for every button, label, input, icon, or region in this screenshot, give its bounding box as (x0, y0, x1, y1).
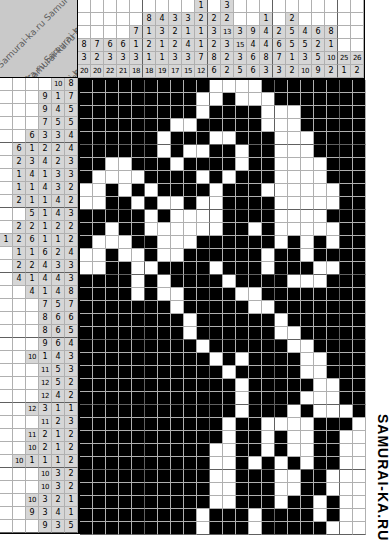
grid-cell-filled[interactable] (106, 496, 119, 509)
grid-cell-filled[interactable] (262, 327, 275, 340)
grid-cell-empty[interactable] (171, 210, 184, 223)
grid-cell-filled[interactable] (262, 314, 275, 327)
grid-cell-filled[interactable] (353, 158, 366, 171)
grid-cell-filled[interactable] (158, 522, 171, 535)
grid-cell-filled[interactable] (197, 444, 210, 457)
grid-cell-filled[interactable] (210, 379, 223, 392)
grid-cell-filled[interactable] (171, 171, 184, 184)
grid-cell-empty[interactable] (210, 93, 223, 106)
grid-cell-filled[interactable] (80, 106, 93, 119)
grid-cell-filled[interactable] (171, 496, 184, 509)
grid-cell-filled[interactable] (288, 262, 301, 275)
grid-cell-filled[interactable] (119, 93, 132, 106)
grid-cell-filled[interactable] (301, 470, 314, 483)
grid-cell-filled[interactable] (249, 379, 262, 392)
grid-cell-empty[interactable] (119, 171, 132, 184)
grid-cell-filled[interactable] (249, 171, 262, 184)
grid-cell-empty[interactable] (223, 483, 236, 496)
grid-cell-empty[interactable] (223, 496, 236, 509)
grid-cell-empty[interactable] (327, 522, 340, 535)
grid-cell-filled[interactable] (197, 184, 210, 197)
grid-cell-filled[interactable] (249, 327, 262, 340)
grid-cell-filled[interactable] (210, 327, 223, 340)
grid-cell-filled[interactable] (93, 496, 106, 509)
grid-cell-filled[interactable] (197, 119, 210, 132)
grid-cell-filled[interactable] (236, 522, 249, 535)
grid-cell-filled[interactable] (197, 314, 210, 327)
grid-cell-filled[interactable] (236, 340, 249, 353)
grid-cell-empty[interactable] (132, 288, 145, 301)
grid-cell-filled[interactable] (93, 392, 106, 405)
grid-cell-filled[interactable] (314, 444, 327, 457)
grid-cell-empty[interactable] (353, 509, 366, 522)
grid-cell-filled[interactable] (132, 457, 145, 470)
grid-cell-empty[interactable] (288, 405, 301, 418)
grid-cell-filled[interactable] (223, 197, 236, 210)
grid-cell-filled[interactable] (119, 314, 132, 327)
grid-cell-filled[interactable] (249, 392, 262, 405)
grid-cell-filled[interactable] (171, 444, 184, 457)
grid-cell-empty[interactable] (301, 392, 314, 405)
grid-cell-empty[interactable] (288, 444, 301, 457)
grid-cell-filled[interactable] (80, 145, 93, 158)
grid-cell-filled[interactable] (327, 210, 340, 223)
grid-cell-filled[interactable] (106, 444, 119, 457)
grid-cell-empty[interactable] (236, 392, 249, 405)
grid-cell-filled[interactable] (93, 366, 106, 379)
grid-cell-filled[interactable] (314, 288, 327, 301)
grid-cell-filled[interactable] (275, 275, 288, 288)
grid-cell-empty[interactable] (327, 197, 340, 210)
grid-cell-filled[interactable] (327, 327, 340, 340)
grid-cell-filled[interactable] (197, 483, 210, 496)
grid-cell-filled[interactable] (236, 314, 249, 327)
grid-cell-filled[interactable] (106, 483, 119, 496)
grid-cell-empty[interactable] (340, 522, 353, 535)
grid-cell-empty[interactable] (106, 236, 119, 249)
grid-cell-filled[interactable] (288, 288, 301, 301)
grid-cell-filled[interactable] (288, 80, 301, 93)
grid-cell-filled[interactable] (106, 379, 119, 392)
grid-cell-filled[interactable] (223, 340, 236, 353)
grid-cell-filled[interactable] (288, 392, 301, 405)
grid-cell-empty[interactable] (340, 457, 353, 470)
grid-cell-filled[interactable] (106, 119, 119, 132)
grid-cell-filled[interactable] (249, 418, 262, 431)
grid-cell-empty[interactable] (314, 353, 327, 366)
grid-cell-filled[interactable] (288, 366, 301, 379)
grid-cell-filled[interactable] (275, 301, 288, 314)
grid-cell-filled[interactable] (249, 145, 262, 158)
grid-cell-empty[interactable] (236, 353, 249, 366)
grid-cell-filled[interactable] (80, 210, 93, 223)
grid-cell-empty[interactable] (236, 145, 249, 158)
grid-cell-filled[interactable] (158, 379, 171, 392)
grid-cell-filled[interactable] (262, 145, 275, 158)
grid-cell-filled[interactable] (275, 249, 288, 262)
grid-cell-filled[interactable] (80, 301, 93, 314)
grid-cell-filled[interactable] (223, 184, 236, 197)
grid-cell-filled[interactable] (80, 223, 93, 236)
grid-cell-filled[interactable] (171, 522, 184, 535)
grid-cell-filled[interactable] (93, 444, 106, 457)
grid-cell-filled[interactable] (314, 249, 327, 262)
grid-cell-empty[interactable] (262, 93, 275, 106)
grid-cell-filled[interactable] (210, 288, 223, 301)
grid-cell-filled[interactable] (353, 106, 366, 119)
grid-cell-filled[interactable] (184, 288, 197, 301)
grid-cell-filled[interactable] (210, 119, 223, 132)
grid-cell-empty[interactable] (171, 158, 184, 171)
grid-cell-filled[interactable] (314, 327, 327, 340)
grid-cell-filled[interactable] (288, 249, 301, 262)
grid-cell-filled[interactable] (288, 522, 301, 535)
grid-cell-filled[interactable] (93, 288, 106, 301)
grid-cell-filled[interactable] (184, 431, 197, 444)
grid-cell-filled[interactable] (314, 457, 327, 470)
grid-cell-empty[interactable] (353, 470, 366, 483)
grid-cell-filled[interactable] (119, 353, 132, 366)
grid-cell-empty[interactable] (249, 93, 262, 106)
grid-cell-filled[interactable] (80, 171, 93, 184)
grid-cell-filled[interactable] (171, 353, 184, 366)
grid-cell-empty[interactable] (314, 392, 327, 405)
grid-cell-filled[interactable] (314, 522, 327, 535)
grid-cell-empty[interactable] (249, 301, 262, 314)
grid-cell-filled[interactable] (340, 171, 353, 184)
grid-cell-empty[interactable] (262, 431, 275, 444)
grid-cell-filled[interactable] (353, 327, 366, 340)
grid-cell-filled[interactable] (171, 132, 184, 145)
grid-cell-empty[interactable] (249, 457, 262, 470)
grid-cell-empty[interactable] (119, 249, 132, 262)
grid-cell-empty[interactable] (119, 184, 132, 197)
grid-cell-filled[interactable] (93, 80, 106, 93)
grid-cell-filled[interactable] (158, 444, 171, 457)
grid-cell-empty[interactable] (223, 431, 236, 444)
grid-cell-filled[interactable] (249, 366, 262, 379)
grid-cell-empty[interactable] (210, 470, 223, 483)
grid-cell-filled[interactable] (119, 392, 132, 405)
grid-cell-filled[interactable] (210, 106, 223, 119)
grid-cell-filled[interactable] (327, 171, 340, 184)
grid-cell-empty[interactable] (93, 249, 106, 262)
grid-cell-filled[interactable] (340, 288, 353, 301)
grid-cell-empty[interactable] (262, 184, 275, 197)
grid-cell-filled[interactable] (145, 106, 158, 119)
grid-cell-empty[interactable] (145, 262, 158, 275)
grid-cell-filled[interactable] (249, 483, 262, 496)
grid-cell-filled[interactable] (93, 340, 106, 353)
grid-cell-filled[interactable] (93, 93, 106, 106)
grid-cell-filled[interactable] (353, 184, 366, 197)
grid-cell-filled[interactable] (340, 392, 353, 405)
grid-cell-filled[interactable] (353, 223, 366, 236)
grid-cell-filled[interactable] (314, 93, 327, 106)
grid-cell-empty[interactable] (236, 80, 249, 93)
grid-cell-filled[interactable] (288, 379, 301, 392)
grid-cell-filled[interactable] (327, 496, 340, 509)
grid-cell-filled[interactable] (223, 106, 236, 119)
grid-cell-filled[interactable] (119, 210, 132, 223)
grid-cell-empty[interactable] (210, 210, 223, 223)
grid-cell-empty[interactable] (197, 340, 210, 353)
grid-cell-filled[interactable] (262, 223, 275, 236)
grid-cell-empty[interactable] (262, 262, 275, 275)
grid-cell-filled[interactable] (158, 366, 171, 379)
grid-cell-filled[interactable] (158, 392, 171, 405)
grid-cell-empty[interactable] (80, 262, 93, 275)
grid-cell-filled[interactable] (197, 379, 210, 392)
grid-cell-filled[interactable] (132, 210, 145, 223)
grid-cell-empty[interactable] (184, 327, 197, 340)
grid-cell-filled[interactable] (236, 444, 249, 457)
grid-cell-empty[interactable] (197, 93, 210, 106)
grid-cell-filled[interactable] (184, 444, 197, 457)
grid-cell-filled[interactable] (353, 119, 366, 132)
grid-cell-empty[interactable] (301, 223, 314, 236)
grid-cell-filled[interactable] (106, 327, 119, 340)
grid-cell-filled[interactable] (275, 288, 288, 301)
grid-cell-filled[interactable] (314, 483, 327, 496)
grid-cell-filled[interactable] (93, 275, 106, 288)
grid-cell-empty[interactable] (197, 171, 210, 184)
grid-cell-filled[interactable] (171, 509, 184, 522)
grid-cell-empty[interactable] (158, 132, 171, 145)
grid-cell-filled[interactable] (262, 210, 275, 223)
grid-cell-empty[interactable] (301, 340, 314, 353)
grid-cell-filled[interactable] (132, 132, 145, 145)
grid-cell-filled[interactable] (301, 119, 314, 132)
grid-cell-filled[interactable] (93, 431, 106, 444)
grid-cell-empty[interactable] (145, 184, 158, 197)
grid-cell-filled[interactable] (275, 431, 288, 444)
grid-cell-filled[interactable] (340, 275, 353, 288)
grid-cell-filled[interactable] (249, 275, 262, 288)
grid-cell-filled[interactable] (236, 327, 249, 340)
grid-cell-filled[interactable] (327, 132, 340, 145)
grid-cell-filled[interactable] (145, 236, 158, 249)
grid-cell-filled[interactable] (353, 340, 366, 353)
grid-cell-filled[interactable] (197, 405, 210, 418)
grid-cell-filled[interactable] (93, 210, 106, 223)
grid-cell-filled[interactable] (158, 327, 171, 340)
grid-cell-empty[interactable] (249, 522, 262, 535)
grid-cell-filled[interactable] (249, 405, 262, 418)
grid-cell-filled[interactable] (340, 236, 353, 249)
grid-cell-filled[interactable] (210, 171, 223, 184)
grid-cell-filled[interactable] (171, 145, 184, 158)
grid-cell-empty[interactable] (223, 418, 236, 431)
grid-cell-empty[interactable] (210, 353, 223, 366)
grid-cell-filled[interactable] (80, 314, 93, 327)
grid-cell-filled[interactable] (249, 431, 262, 444)
grid-cell-filled[interactable] (145, 431, 158, 444)
grid-cell-filled[interactable] (106, 340, 119, 353)
grid-cell-filled[interactable] (236, 509, 249, 522)
grid-cell-filled[interactable] (314, 470, 327, 483)
grid-cell-filled[interactable] (249, 340, 262, 353)
grid-cell-filled[interactable] (184, 470, 197, 483)
grid-cell-filled[interactable] (158, 405, 171, 418)
grid-cell-empty[interactable] (210, 184, 223, 197)
grid-cell-filled[interactable] (158, 353, 171, 366)
grid-cell-filled[interactable] (197, 132, 210, 145)
grid-cell-filled[interactable] (262, 379, 275, 392)
grid-cell-filled[interactable] (340, 418, 353, 431)
grid-cell-filled[interactable] (93, 405, 106, 418)
grid-cell-empty[interactable] (301, 444, 314, 457)
grid-cell-filled[interactable] (223, 405, 236, 418)
grid-cell-empty[interactable] (327, 184, 340, 197)
grid-cell-filled[interactable] (327, 444, 340, 457)
grid-cell-filled[interactable] (145, 444, 158, 457)
grid-cell-filled[interactable] (275, 509, 288, 522)
grid-cell-filled[interactable] (236, 483, 249, 496)
grid-cell-empty[interactable] (249, 509, 262, 522)
grid-cell-filled[interactable] (158, 80, 171, 93)
grid-cell-empty[interactable] (314, 210, 327, 223)
grid-cell-filled[interactable] (80, 236, 93, 249)
grid-cell-empty[interactable] (210, 132, 223, 145)
grid-cell-filled[interactable] (184, 301, 197, 314)
grid-cell-filled[interactable] (353, 249, 366, 262)
grid-cell-filled[interactable] (145, 301, 158, 314)
grid-cell-filled[interactable] (353, 405, 366, 418)
grid-cell-filled[interactable] (353, 301, 366, 314)
grid-cell-filled[interactable] (145, 340, 158, 353)
grid-cell-empty[interactable] (132, 262, 145, 275)
grid-cell-filled[interactable] (119, 327, 132, 340)
grid-cell-empty[interactable] (171, 288, 184, 301)
grid-cell-filled[interactable] (93, 457, 106, 470)
grid-cell-empty[interactable] (301, 366, 314, 379)
grid-cell-filled[interactable] (353, 366, 366, 379)
grid-cell-empty[interactable] (353, 431, 366, 444)
grid-cell-filled[interactable] (132, 431, 145, 444)
grid-cell-filled[interactable] (262, 171, 275, 184)
grid-cell-filled[interactable] (158, 93, 171, 106)
grid-cell-empty[interactable] (301, 145, 314, 158)
grid-cell-filled[interactable] (132, 301, 145, 314)
grid-cell-filled[interactable] (210, 301, 223, 314)
grid-cell-filled[interactable] (353, 353, 366, 366)
grid-cell-filled[interactable] (327, 106, 340, 119)
grid-cell-filled[interactable] (262, 132, 275, 145)
grid-cell-empty[interactable] (301, 275, 314, 288)
grid-cell-filled[interactable] (249, 184, 262, 197)
grid-cell-filled[interactable] (197, 457, 210, 470)
grid-cell-empty[interactable] (184, 210, 197, 223)
grid-cell-empty[interactable] (184, 223, 197, 236)
grid-cell-filled[interactable] (327, 158, 340, 171)
grid-cell-filled[interactable] (314, 431, 327, 444)
grid-cell-filled[interactable] (210, 522, 223, 535)
grid-cell-empty[interactable] (210, 483, 223, 496)
grid-cell-empty[interactable] (314, 379, 327, 392)
grid-cell-filled[interactable] (80, 405, 93, 418)
grid-cell-filled[interactable] (171, 470, 184, 483)
grid-cell-empty[interactable] (210, 262, 223, 275)
grid-cell-filled[interactable] (80, 93, 93, 106)
grid-cell-filled[interactable] (353, 262, 366, 275)
grid-cell-empty[interactable] (93, 171, 106, 184)
grid-cell-filled[interactable] (132, 418, 145, 431)
grid-cell-filled[interactable] (262, 197, 275, 210)
grid-cell-filled[interactable] (236, 457, 249, 470)
grid-cell-filled[interactable] (353, 275, 366, 288)
grid-cell-filled[interactable] (80, 379, 93, 392)
grid-cell-filled[interactable] (119, 379, 132, 392)
grid-cell-empty[interactable] (236, 405, 249, 418)
grid-cell-filled[interactable] (132, 496, 145, 509)
grid-cell-filled[interactable] (93, 418, 106, 431)
grid-cell-filled[interactable] (132, 483, 145, 496)
grid-cell-filled[interactable] (223, 158, 236, 171)
grid-cell-empty[interactable] (249, 223, 262, 236)
grid-cell-filled[interactable] (301, 483, 314, 496)
grid-cell-filled[interactable] (184, 184, 197, 197)
grid-cell-filled[interactable] (236, 249, 249, 262)
grid-cell-empty[interactable] (327, 262, 340, 275)
grid-cell-empty[interactable] (106, 171, 119, 184)
grid-cell-filled[interactable] (184, 171, 197, 184)
grid-cell-filled[interactable] (158, 158, 171, 171)
grid-cell-filled[interactable] (340, 184, 353, 197)
grid-cell-filled[interactable] (184, 483, 197, 496)
grid-cell-filled[interactable] (80, 119, 93, 132)
grid-cell-filled[interactable] (340, 210, 353, 223)
grid-cell-empty[interactable] (236, 379, 249, 392)
grid-cell-filled[interactable] (210, 249, 223, 262)
grid-cell-filled[interactable] (327, 119, 340, 132)
grid-cell-filled[interactable] (223, 210, 236, 223)
grid-cell-filled[interactable] (184, 496, 197, 509)
grid-cell-filled[interactable] (106, 275, 119, 288)
grid-cell-filled[interactable] (340, 379, 353, 392)
grid-cell-filled[interactable] (288, 93, 301, 106)
grid-cell-filled[interactable] (236, 197, 249, 210)
grid-cell-filled[interactable] (223, 249, 236, 262)
grid-cell-filled[interactable] (301, 80, 314, 93)
grid-cell-empty[interactable] (275, 314, 288, 327)
grid-cell-filled[interactable] (145, 119, 158, 132)
grid-cell-filled[interactable] (223, 93, 236, 106)
grid-cell-empty[interactable] (327, 483, 340, 496)
grid-cell-filled[interactable] (80, 483, 93, 496)
grid-cell-filled[interactable] (80, 457, 93, 470)
grid-cell-filled[interactable] (353, 379, 366, 392)
grid-cell-empty[interactable] (158, 145, 171, 158)
grid-cell-filled[interactable] (158, 509, 171, 522)
grid-cell-empty[interactable] (171, 197, 184, 210)
grid-cell-filled[interactable] (314, 106, 327, 119)
grid-cell-filled[interactable] (314, 418, 327, 431)
grid-cell-filled[interactable] (301, 496, 314, 509)
grid-cell-filled[interactable] (171, 262, 184, 275)
grid-cell-filled[interactable] (275, 262, 288, 275)
grid-cell-filled[interactable] (184, 353, 197, 366)
grid-cell-empty[interactable] (171, 119, 184, 132)
grid-cell-empty[interactable] (327, 223, 340, 236)
grid-cell-filled[interactable] (210, 509, 223, 522)
grid-cell-filled[interactable] (249, 314, 262, 327)
grid-cell-filled[interactable] (145, 327, 158, 340)
grid-cell-filled[interactable] (119, 80, 132, 93)
grid-cell-empty[interactable] (314, 184, 327, 197)
grid-cell-filled[interactable] (132, 522, 145, 535)
grid-cell-empty[interactable] (288, 327, 301, 340)
